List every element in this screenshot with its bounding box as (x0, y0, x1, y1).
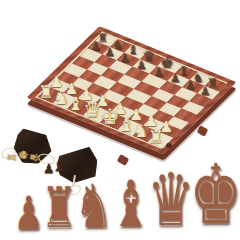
display-knight: ♞ (74, 176, 113, 236)
white-rook: ♜ (148, 128, 164, 146)
white-king: ♚ (100, 106, 119, 128)
board-foot (117, 154, 130, 166)
display-queen: ♛ (147, 163, 194, 236)
display-piece-box: ♝ (113, 172, 148, 236)
white-knight: ♞ (53, 89, 69, 107)
board-clasp (166, 143, 172, 148)
display-piece-box: ♛ (150, 163, 190, 236)
piece-lineup: ♟♜♞♝♛♚ (16, 168, 238, 236)
white-queen: ♛ (83, 99, 101, 119)
board-foot (197, 125, 209, 136)
white-bishop: ♝ (68, 95, 84, 113)
display-king: ♚ (189, 154, 240, 236)
display-piece-box: ♜ (44, 180, 75, 236)
white-rook: ♜ (38, 83, 54, 101)
display-piece-box: ♚ (193, 154, 238, 236)
display-pawn: ♟ (14, 190, 44, 236)
display-piece-box: ♞ (77, 176, 110, 236)
display-bishop: ♝ (110, 172, 151, 236)
display-piece-box: ♟ (16, 190, 41, 236)
white-knight: ♞ (133, 122, 149, 140)
display-rook: ♜ (41, 180, 77, 236)
